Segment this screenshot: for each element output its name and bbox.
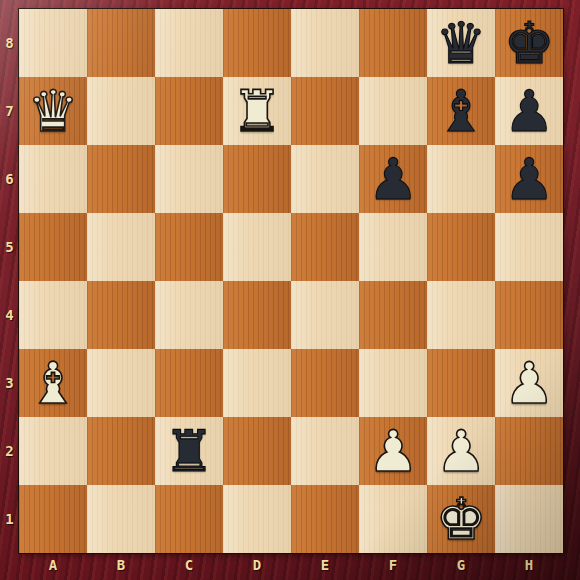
square-f5[interactable]: [359, 213, 427, 281]
square-b7[interactable]: [87, 77, 155, 145]
square-c8[interactable]: [155, 9, 223, 77]
square-a8[interactable]: [19, 9, 87, 77]
square-e5[interactable]: [291, 213, 359, 281]
square-f6[interactable]: ♟: [359, 145, 427, 213]
white-pawn-icon[interactable]: ♟: [359, 417, 427, 485]
square-h4[interactable]: [495, 281, 563, 349]
square-d5[interactable]: [223, 213, 291, 281]
file-label-g: G: [427, 553, 495, 577]
square-a3[interactable]: ♝: [19, 349, 87, 417]
file-label-a: A: [19, 553, 87, 577]
square-h5[interactable]: [495, 213, 563, 281]
square-g8[interactable]: ♛: [427, 9, 495, 77]
square-a2[interactable]: [19, 417, 87, 485]
square-b5[interactable]: [87, 213, 155, 281]
square-h8[interactable]: ♚: [495, 9, 563, 77]
rank-label-5: 5: [0, 213, 19, 281]
square-h7[interactable]: ♟: [495, 77, 563, 145]
square-g6[interactable]: [427, 145, 495, 213]
square-e6[interactable]: [291, 145, 359, 213]
square-e3[interactable]: [291, 349, 359, 417]
square-c3[interactable]: [155, 349, 223, 417]
rank-label-3: 3: [0, 349, 19, 417]
square-h3[interactable]: ♟: [495, 349, 563, 417]
square-h6[interactable]: ♟: [495, 145, 563, 213]
rank-label-1: 1: [0, 485, 19, 553]
square-g2[interactable]: ♟: [427, 417, 495, 485]
black-bishop-icon[interactable]: ♝: [427, 77, 495, 145]
rank-label-6: 6: [0, 145, 19, 213]
square-c4[interactable]: [155, 281, 223, 349]
black-pawn-icon[interactable]: ♟: [495, 77, 563, 145]
square-f1[interactable]: [359, 485, 427, 553]
square-a5[interactable]: [19, 213, 87, 281]
square-b3[interactable]: [87, 349, 155, 417]
square-d7[interactable]: ♜: [223, 77, 291, 145]
file-label-f: F: [359, 553, 427, 577]
square-f8[interactable]: [359, 9, 427, 77]
file-label-d: D: [223, 553, 291, 577]
square-c7[interactable]: [155, 77, 223, 145]
square-g7[interactable]: ♝: [427, 77, 495, 145]
square-g5[interactable]: [427, 213, 495, 281]
square-d4[interactable]: [223, 281, 291, 349]
file-label-c: C: [155, 553, 223, 577]
square-c1[interactable]: [155, 485, 223, 553]
square-d1[interactable]: [223, 485, 291, 553]
square-c5[interactable]: [155, 213, 223, 281]
rank-label-2: 2: [0, 417, 19, 485]
square-b8[interactable]: [87, 9, 155, 77]
black-pawn-icon[interactable]: ♟: [359, 145, 427, 213]
square-a7[interactable]: ♛: [19, 77, 87, 145]
square-h2[interactable]: [495, 417, 563, 485]
rank-label-4: 4: [0, 281, 19, 349]
square-a4[interactable]: [19, 281, 87, 349]
white-king-icon[interactable]: ♚: [427, 485, 495, 553]
square-f3[interactable]: [359, 349, 427, 417]
black-pawn-icon[interactable]: ♟: [495, 145, 563, 213]
square-e2[interactable]: [291, 417, 359, 485]
black-queen-icon[interactable]: ♛: [427, 9, 495, 77]
square-d2[interactable]: [223, 417, 291, 485]
square-g4[interactable]: [427, 281, 495, 349]
black-rook-icon[interactable]: ♜: [155, 417, 223, 485]
square-e1[interactable]: [291, 485, 359, 553]
square-f7[interactable]: [359, 77, 427, 145]
rank-label-8: 8: [0, 9, 19, 77]
white-bishop-icon[interactable]: ♝: [19, 349, 87, 417]
square-d8[interactable]: [223, 9, 291, 77]
rank-label-7: 7: [0, 77, 19, 145]
chess-board-frame: ♛♚♛♜♝♟♟♟♝♟♜♟♟♚ 87654321 ABCDEFGH: [0, 0, 580, 580]
square-c6[interactable]: [155, 145, 223, 213]
square-g1[interactable]: ♚: [427, 485, 495, 553]
square-b2[interactable]: [87, 417, 155, 485]
square-c2[interactable]: ♜: [155, 417, 223, 485]
white-pawn-icon[interactable]: ♟: [427, 417, 495, 485]
square-g3[interactable]: [427, 349, 495, 417]
file-label-b: B: [87, 553, 155, 577]
chess-board: ♛♚♛♜♝♟♟♟♝♟♜♟♟♚: [19, 9, 563, 553]
white-queen-icon[interactable]: ♛: [19, 77, 87, 145]
square-e8[interactable]: [291, 9, 359, 77]
square-e7[interactable]: [291, 77, 359, 145]
square-b1[interactable]: [87, 485, 155, 553]
square-a6[interactable]: [19, 145, 87, 213]
square-b4[interactable]: [87, 281, 155, 349]
white-rook-icon[interactable]: ♜: [223, 77, 291, 145]
square-d3[interactable]: [223, 349, 291, 417]
square-a1[interactable]: [19, 485, 87, 553]
white-pawn-icon[interactable]: ♟: [495, 349, 563, 417]
square-f4[interactable]: [359, 281, 427, 349]
square-f2[interactable]: ♟: [359, 417, 427, 485]
square-h1[interactable]: [495, 485, 563, 553]
square-d6[interactable]: [223, 145, 291, 213]
square-e4[interactable]: [291, 281, 359, 349]
square-b6[interactable]: [87, 145, 155, 213]
file-label-e: E: [291, 553, 359, 577]
black-king-icon[interactable]: ♚: [495, 9, 563, 77]
file-label-h: H: [495, 553, 563, 577]
